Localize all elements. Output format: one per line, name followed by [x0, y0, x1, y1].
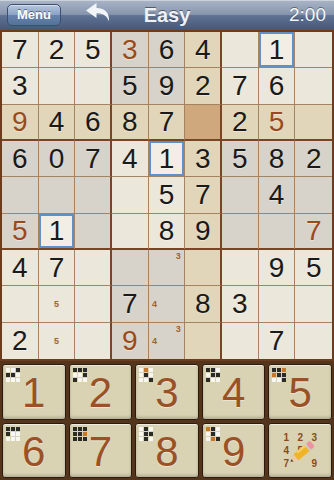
pencil-mark: 5 — [51, 335, 63, 347]
cell-r6c6[interactable]: 9 — [185, 214, 222, 250]
cell-r1c8[interactable]: 1 — [259, 32, 296, 68]
given-digit: 7 — [269, 327, 285, 355]
cell-r6c2[interactable]: 1 — [39, 214, 76, 250]
pencil-notes-button[interactable]: 1234579 — [268, 423, 332, 479]
placement-minimap — [206, 368, 220, 382]
cell-r2c2[interactable] — [39, 68, 76, 104]
cell-r5c2[interactable] — [39, 177, 76, 213]
cell-r5c7[interactable] — [222, 177, 259, 213]
numpad-label: 4 — [222, 369, 245, 417]
cell-r1c1[interactable]: 7 — [2, 32, 39, 68]
cell-r8c8[interactable] — [259, 286, 296, 322]
given-digit: 9 — [159, 72, 175, 100]
cell-r5c6[interactable]: 7 — [185, 177, 222, 213]
cell-r6c5[interactable]: 8 — [149, 214, 186, 250]
cell-r3c6[interactable] — [185, 105, 222, 141]
numpad-label: 5 — [288, 369, 311, 417]
given-digit: 1 — [49, 217, 65, 245]
given-digit: 8 — [195, 290, 211, 318]
cell-r9c1[interactable]: 2 — [2, 323, 39, 359]
given-digit: 8 — [122, 108, 138, 136]
numpad-button-4[interactable]: 4 — [202, 364, 266, 420]
cell-r8c4[interactable]: 7 — [112, 286, 149, 322]
cell-r8c2[interactable]: 5 — [39, 286, 76, 322]
pencil-mark: 5 — [51, 298, 63, 310]
numpad-button-9[interactable]: 9 — [202, 423, 266, 479]
cell-r1c2[interactable]: 2 — [39, 32, 76, 68]
user-digit: 9 — [122, 327, 138, 355]
placement-minimap — [139, 427, 153, 441]
cell-r9c5[interactable]: 43 — [149, 323, 186, 359]
given-digit: 6 — [159, 36, 175, 64]
user-digit: 9 — [12, 108, 28, 136]
given-digit: 0 — [49, 145, 65, 173]
given-digit: 4 — [195, 36, 211, 64]
cell-r7c3[interactable] — [75, 250, 112, 286]
cell-r9c3[interactable] — [75, 323, 112, 359]
pencil-mark: 3 — [172, 323, 184, 335]
cell-r4c7[interactable]: 5 — [222, 141, 259, 177]
given-digit: 2 — [49, 36, 65, 64]
cell-r5c9[interactable] — [295, 177, 332, 213]
cell-r6c9[interactable]: 7 — [295, 214, 332, 250]
undo-button[interactable] — [85, 2, 111, 28]
numpad-button-5[interactable]: 5 — [268, 364, 332, 420]
numpad-button-7[interactable]: 7 — [69, 423, 133, 479]
given-digit: 2 — [232, 108, 248, 136]
cell-r7c8[interactable]: 9 — [259, 250, 296, 286]
cell-r4c9[interactable]: 2 — [295, 141, 332, 177]
cell-r8c6[interactable]: 8 — [185, 286, 222, 322]
given-digit: 7 — [85, 145, 101, 173]
cell-r2c7[interactable]: 7 — [222, 68, 259, 104]
cell-r5c3[interactable] — [75, 177, 112, 213]
cell-r4c3[interactable]: 7 — [75, 141, 112, 177]
numpad-label: 1 — [22, 369, 45, 417]
cell-r3c5[interactable]: 7 — [149, 105, 186, 141]
cell-r1c4[interactable]: 3 — [112, 32, 149, 68]
given-digit: 4 — [49, 108, 65, 136]
given-digit: 5 — [85, 36, 101, 64]
numpad-label: 9 — [222, 428, 245, 476]
numpad-label: 6 — [22, 428, 45, 476]
given-digit: 9 — [269, 254, 285, 282]
timer: 2:00 — [289, 4, 326, 26]
cell-r2c1[interactable]: 3 — [2, 68, 39, 104]
placement-minimap — [6, 427, 20, 441]
given-digit: 3 — [12, 72, 28, 100]
pencil-mark: 4 — [149, 335, 161, 347]
cell-r7c1[interactable]: 4 — [2, 250, 39, 286]
given-digit: 9 — [195, 217, 211, 245]
cell-r6c8[interactable] — [259, 214, 296, 250]
cell-r8c1[interactable] — [2, 286, 39, 322]
given-digit: 1 — [159, 145, 175, 173]
cell-r2c4[interactable]: 5 — [112, 68, 149, 104]
given-digit: 8 — [159, 217, 175, 245]
number-pad-row-1: 12345 — [2, 364, 332, 420]
app-screen: Menu Easy 2:00 7253641359276946872560741… — [0, 0, 334, 480]
given-digit: 5 — [232, 145, 248, 173]
given-digit: 4 — [269, 181, 285, 209]
cell-r3c3[interactable]: 6 — [75, 105, 112, 141]
given-digit: 8 — [269, 145, 285, 173]
cell-r8c3[interactable] — [75, 286, 112, 322]
pencil-mark: 3 — [172, 250, 184, 262]
user-digit: 3 — [122, 36, 138, 64]
cell-r3c8[interactable]: 5 — [259, 105, 296, 141]
cell-r9c8[interactable]: 7 — [259, 323, 296, 359]
given-digit: 7 — [159, 108, 175, 136]
cell-r1c7[interactable] — [222, 32, 259, 68]
numpad-label: 7 — [89, 428, 112, 476]
given-digit: 7 — [122, 290, 138, 318]
number-pad: 12345 67891234579 — [0, 361, 334, 480]
cell-r8c7[interactable]: 3 — [222, 286, 259, 322]
cell-r9c4[interactable]: 9 — [112, 323, 149, 359]
placement-minimap — [73, 368, 87, 382]
placement-minimap — [73, 427, 87, 441]
cell-r9c6[interactable] — [185, 323, 222, 359]
cell-r1c3[interactable]: 5 — [75, 32, 112, 68]
numpad-button-2[interactable]: 2 — [69, 364, 133, 420]
cell-r1c5[interactable]: 6 — [149, 32, 186, 68]
placement-minimap — [6, 368, 20, 382]
given-digit: 6 — [12, 145, 28, 173]
cell-r3c2[interactable]: 4 — [39, 105, 76, 141]
cell-r6c3[interactable] — [75, 214, 112, 250]
cell-r3c4[interactable]: 8 — [112, 105, 149, 141]
cell-r2c8[interactable]: 6 — [259, 68, 296, 104]
given-digit: 7 — [232, 72, 248, 100]
number-pad-row-2: 67891234579 — [2, 423, 332, 479]
cell-r2c5[interactable]: 9 — [149, 68, 186, 104]
cell-r6c1[interactable]: 5 — [2, 214, 39, 250]
cell-r4c2[interactable]: 0 — [39, 141, 76, 177]
cell-r7c5[interactable]: 3 — [149, 250, 186, 286]
undo-arrow-icon — [85, 2, 111, 28]
pencil-mark: 4 — [149, 298, 161, 310]
numpad-button-3[interactable]: 3 — [135, 364, 199, 420]
user-digit: 5 — [12, 217, 28, 245]
given-digit: 7 — [49, 254, 65, 282]
cell-r8c5[interactable]: 4 — [149, 286, 186, 322]
given-digit: 5 — [306, 254, 322, 282]
given-digit: 6 — [85, 108, 101, 136]
numpad-button-6[interactable]: 6 — [2, 423, 66, 479]
cell-r1c9[interactable] — [295, 32, 332, 68]
cell-r6c4[interactable] — [112, 214, 149, 250]
cell-r7c2[interactable]: 7 — [39, 250, 76, 286]
cell-r7c4[interactable] — [112, 250, 149, 286]
placement-minimap — [206, 427, 220, 441]
given-digit: 5 — [122, 72, 138, 100]
cell-r3c9[interactable] — [295, 105, 332, 141]
cell-r4c6[interactable]: 3 — [185, 141, 222, 177]
sudoku-board: 7253641359276946872560741358257451897473… — [0, 30, 334, 361]
cell-r9c9[interactable] — [295, 323, 332, 359]
given-digit: 3 — [232, 290, 248, 318]
given-digit: 6 — [269, 72, 285, 100]
numpad-button-1[interactable]: 1 — [2, 364, 66, 420]
page-title: Easy — [144, 4, 191, 27]
cell-r5c5[interactable]: 5 — [149, 177, 186, 213]
cell-r8c9[interactable] — [295, 286, 332, 322]
placement-minimap — [272, 368, 286, 382]
nav-bar: Menu Easy 2:00 — [0, 0, 334, 31]
numpad-label: 2 — [89, 369, 112, 417]
given-digit: 2 — [306, 145, 322, 173]
cell-r9c2[interactable]: 5 — [39, 323, 76, 359]
cell-r7c6[interactable] — [185, 250, 222, 286]
numpad-button-8[interactable]: 8 — [135, 423, 199, 479]
numpad-label: 3 — [155, 369, 178, 417]
cell-r5c4[interactable] — [112, 177, 149, 213]
cell-r4c8[interactable]: 8 — [259, 141, 296, 177]
cell-r2c3[interactable] — [75, 68, 112, 104]
cell-r2c9[interactable] — [295, 68, 332, 104]
numpad-label: 8 — [155, 428, 178, 476]
given-digit: 4 — [12, 254, 28, 282]
cell-r4c5[interactable]: 1 — [149, 141, 186, 177]
user-digit: 7 — [306, 217, 322, 245]
cell-r9c7[interactable] — [222, 323, 259, 359]
cell-r4c4[interactable]: 4 — [112, 141, 149, 177]
placement-minimap — [139, 368, 153, 382]
given-digit: 1 — [269, 36, 285, 64]
cell-r7c9[interactable]: 5 — [295, 250, 332, 286]
menu-button[interactable]: Menu — [7, 4, 61, 26]
given-digit: 5 — [159, 181, 175, 209]
cell-r5c8[interactable]: 4 — [259, 177, 296, 213]
cell-r5c1[interactable] — [2, 177, 39, 213]
cell-r1c6[interactable]: 4 — [185, 32, 222, 68]
given-digit: 2 — [12, 327, 28, 355]
cell-r2c6[interactable]: 2 — [185, 68, 222, 104]
given-digit: 7 — [195, 181, 211, 209]
cell-r6c7[interactable] — [222, 214, 259, 250]
given-digit: 4 — [122, 145, 138, 173]
cell-r4c1[interactable]: 6 — [2, 141, 39, 177]
given-digit: 7 — [12, 36, 28, 64]
given-digit: 3 — [195, 145, 211, 173]
pencil-digits-grid: 1234579 — [279, 431, 321, 470]
cell-r3c7[interactable]: 2 — [222, 105, 259, 141]
cell-r7c7[interactable] — [222, 250, 259, 286]
cell-r3c1[interactable]: 9 — [2, 105, 39, 141]
given-digit: 2 — [195, 72, 211, 100]
user-digit: 5 — [269, 108, 285, 136]
